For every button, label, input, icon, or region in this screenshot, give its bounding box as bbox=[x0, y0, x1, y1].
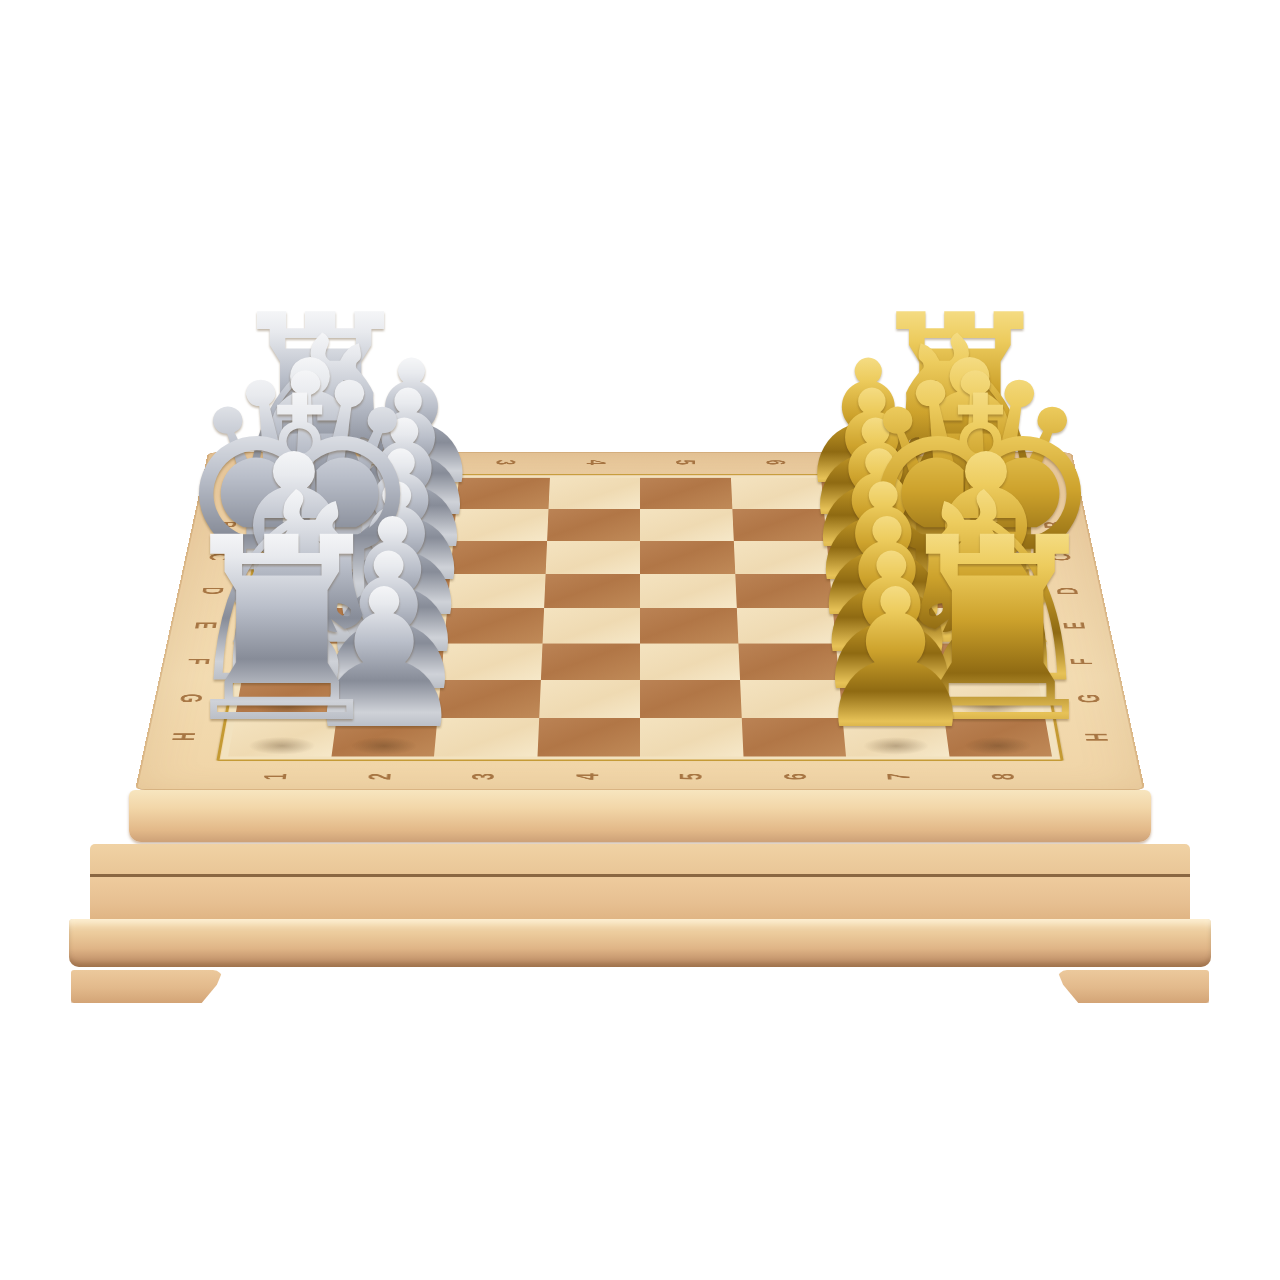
piece-black-pawn-h7[interactable]: ♟ bbox=[810, 571, 982, 747]
pieces-layer: ♜♞♝♛♚♝♞♜♟♟♟♟♟♟♟♟♟♟♟♟♟♟♟♟♜♞♝♛♚♝♞♜ bbox=[0, 0, 1280, 1280]
piece-white-rook-h1[interactable]: ♜ bbox=[168, 514, 396, 748]
scene: 12345678 12345678 ABCDEFGH ABCDEFGH ♜♞♝♛… bbox=[0, 0, 1280, 1280]
